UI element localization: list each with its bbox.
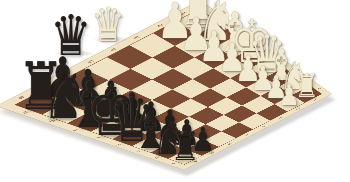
rank-label-6: 6	[227, 143, 233, 146]
chess-set-photo: aa88bb77cc66dd55ee44ff33gg22hh11 ♜♞♝♛♚♝♞…	[0, 0, 350, 182]
rank-label-3: 3	[278, 116, 283, 119]
rank-label-5: 5	[244, 134, 249, 137]
black-rook: ♜	[171, 127, 200, 166]
rank-label-4: 4	[261, 125, 266, 128]
white-pawn: ♟	[279, 81, 301, 110]
white-queen: ♛	[91, 1, 126, 48]
